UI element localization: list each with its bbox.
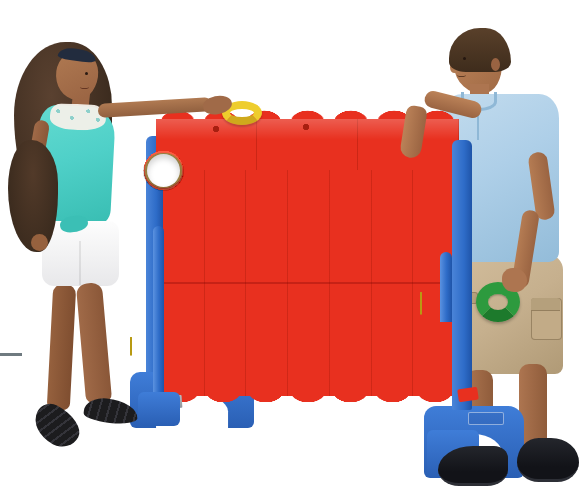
stacked-yellow-ring[interactable] [420, 292, 422, 310]
scene [0, 0, 580, 490]
board-bottom-scallop-edge [160, 394, 456, 406]
boy-hair [449, 28, 511, 72]
board-grid [163, 170, 455, 396]
board-right-post [452, 140, 472, 410]
boy-left-sneaker [438, 446, 508, 486]
boy-cargo-pocket [531, 298, 562, 340]
girl-left-fist [31, 234, 48, 251]
stacked-yellow-ring[interactable] [130, 337, 132, 352]
boy-ear [491, 58, 500, 71]
boy-eye [463, 57, 466, 60]
girl-back-leg [47, 283, 77, 410]
right-ring-stand-pole [440, 252, 452, 322]
girl-eye [85, 72, 88, 75]
girl-smile [80, 85, 89, 89]
girl-left-sandal [27, 399, 86, 453]
left-edge-dash [0, 353, 22, 356]
girl-front-leg [76, 282, 112, 404]
boy-smile [457, 73, 466, 77]
right-stand-red-clip [457, 387, 479, 403]
empty-hole [147, 154, 180, 187]
boy-right-hand [502, 268, 527, 292]
left-ring-stand-pole [153, 226, 164, 394]
left-ring-stand-base [138, 392, 180, 426]
boy-right-sneaker [517, 438, 579, 482]
embossed-logo [468, 412, 504, 425]
